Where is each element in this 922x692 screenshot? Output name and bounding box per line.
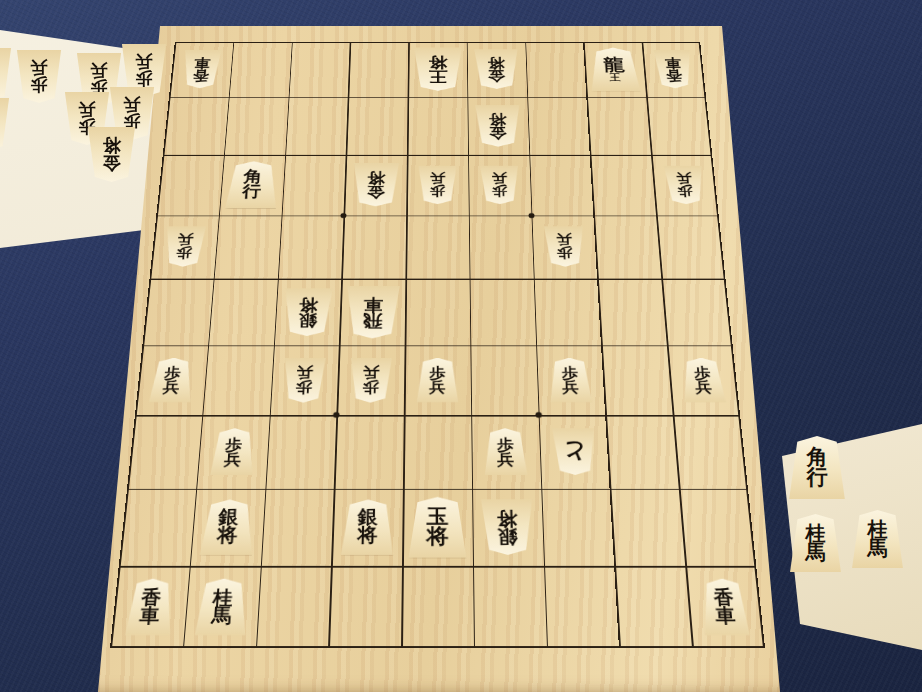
piece-kanji: 歩 bbox=[556, 247, 572, 260]
square-1d[interactable] bbox=[656, 215, 725, 278]
piece-kanji: 兵 bbox=[429, 380, 446, 394]
piece-kanji: 兵 bbox=[91, 63, 108, 79]
square-5g[interactable] bbox=[403, 415, 472, 489]
piece-kanji: 金 bbox=[488, 69, 505, 82]
square-2h[interactable] bbox=[610, 489, 685, 566]
square-7a[interactable] bbox=[288, 42, 350, 97]
square-4d[interactable] bbox=[469, 215, 534, 278]
piece-kanji: 馬 bbox=[806, 543, 826, 562]
square-3i[interactable] bbox=[544, 566, 620, 648]
square-4f[interactable] bbox=[470, 345, 538, 415]
square-7c[interactable] bbox=[281, 155, 346, 215]
piece-kanji: 金 bbox=[366, 185, 384, 199]
square-7b[interactable] bbox=[285, 97, 348, 155]
square-1g[interactable] bbox=[673, 415, 748, 489]
piece-kanji: 兵 bbox=[491, 173, 507, 185]
piece-kanji: 歩 bbox=[136, 71, 153, 87]
square-3a[interactable] bbox=[525, 42, 587, 97]
piece-kanji: 歩 bbox=[176, 247, 193, 260]
square-8d[interactable] bbox=[214, 215, 282, 278]
piece-kanji: 兵 bbox=[136, 54, 153, 70]
square-8e[interactable] bbox=[208, 279, 278, 346]
piece-kanji: 兵 bbox=[430, 173, 445, 185]
piece-kanji: 将 bbox=[299, 296, 318, 311]
square-8b[interactable] bbox=[224, 97, 288, 155]
grid-line bbox=[163, 155, 713, 156]
square-5i[interactable] bbox=[401, 566, 474, 648]
star-point bbox=[535, 412, 542, 418]
star-point bbox=[528, 213, 534, 218]
square-2b[interactable] bbox=[587, 97, 651, 155]
square-2f[interactable] bbox=[601, 345, 672, 415]
square-2g[interactable] bbox=[606, 415, 679, 489]
piece-kanji: 将 bbox=[103, 137, 121, 154]
piece-kanji: 兵 bbox=[162, 380, 180, 394]
piece-kanji: 車 bbox=[193, 57, 210, 69]
piece-kanji: 将 bbox=[216, 527, 238, 545]
piece-kanji: と bbox=[561, 441, 587, 462]
square-6g[interactable] bbox=[334, 415, 404, 489]
square-2d[interactable] bbox=[594, 215, 662, 278]
grid-line bbox=[110, 646, 765, 648]
piece-kanji: 行 bbox=[242, 185, 262, 200]
piece-kanji: 将 bbox=[497, 509, 518, 527]
piece-kanji: 将 bbox=[488, 56, 505, 69]
square-9h[interactable] bbox=[119, 489, 196, 566]
piece-kanji: 龍 bbox=[603, 57, 625, 73]
piece-kanji: 歩 bbox=[31, 77, 48, 93]
square-6b[interactable] bbox=[346, 97, 408, 155]
square-7i[interactable] bbox=[256, 566, 332, 648]
square-5d[interactable] bbox=[406, 215, 470, 278]
square-6d[interactable] bbox=[342, 215, 407, 278]
square-3h[interactable] bbox=[541, 489, 615, 566]
grid-line bbox=[119, 566, 757, 567]
grid-line bbox=[149, 279, 725, 280]
square-3c[interactable] bbox=[529, 155, 594, 215]
grid-line bbox=[127, 489, 748, 490]
piece-kanji: 歩 bbox=[296, 380, 313, 394]
board-grid[interactable]: 香車王将金将龍王香車金将角行金将歩兵歩兵歩兵歩兵歩兵銀将飛車歩兵歩兵歩兵歩兵歩兵… bbox=[110, 42, 765, 648]
square-6i[interactable] bbox=[328, 566, 402, 648]
piece-kanji: 兵 bbox=[363, 366, 380, 380]
square-9g[interactable] bbox=[127, 415, 202, 489]
square-2i[interactable] bbox=[615, 566, 693, 648]
piece-kanji: 歩 bbox=[677, 185, 693, 197]
piece-kanji: 馬 bbox=[211, 607, 232, 625]
square-8a[interactable] bbox=[229, 42, 292, 97]
shogi-photo-scene: 香車王将金将龍王香車金将角行金将歩兵歩兵歩兵歩兵歩兵銀将飛車歩兵歩兵歩兵歩兵歩兵… bbox=[0, 0, 922, 692]
piece-kanji: 車 bbox=[139, 607, 161, 625]
piece-kanji: 将 bbox=[357, 527, 378, 545]
piece-kanji: 車 bbox=[363, 296, 383, 312]
grid-line bbox=[142, 345, 732, 346]
piece-kanji: 車 bbox=[664, 57, 681, 69]
grid-line bbox=[175, 42, 701, 43]
grid-line bbox=[169, 97, 706, 98]
square-2e[interactable] bbox=[597, 279, 667, 346]
piece-kanji: 歩 bbox=[492, 185, 508, 197]
piece-kanji: 歩 bbox=[430, 185, 445, 197]
square-9e[interactable] bbox=[142, 279, 213, 346]
grid-line bbox=[156, 215, 719, 216]
piece-kanji: 金 bbox=[103, 155, 121, 172]
square-5b[interactable] bbox=[407, 97, 468, 155]
piece-kanji: 兵 bbox=[124, 97, 141, 113]
piece-kanji: 歩 bbox=[363, 380, 380, 394]
piece-kanji: 兵 bbox=[224, 452, 242, 467]
square-4e[interactable] bbox=[469, 279, 535, 346]
square-9b[interactable] bbox=[163, 97, 229, 155]
piece-kanji: 将 bbox=[489, 112, 507, 125]
piece-kanji: 将 bbox=[428, 55, 447, 69]
piece-kanji: 香 bbox=[192, 69, 209, 81]
piece-kanji: 兵 bbox=[695, 380, 713, 394]
square-4i[interactable] bbox=[473, 566, 547, 648]
piece-kanji: 兵 bbox=[676, 173, 692, 185]
square-9c[interactable] bbox=[156, 155, 224, 215]
square-7h[interactable] bbox=[260, 489, 334, 566]
piece-kanji: 兵 bbox=[31, 60, 48, 76]
piece-kanji: 兵 bbox=[79, 102, 96, 118]
piece-kanji: 馬 bbox=[868, 539, 888, 558]
piece-kanji: 兵 bbox=[556, 234, 572, 246]
piece-kanji: 兵 bbox=[562, 380, 579, 394]
square-1h[interactable] bbox=[679, 489, 756, 566]
piece-kanji: 王 bbox=[609, 73, 621, 81]
piece-kanji: 兵 bbox=[497, 452, 514, 467]
piece-kanji: 兵 bbox=[296, 366, 313, 380]
square-7g[interactable] bbox=[265, 415, 337, 489]
square-1b[interactable] bbox=[646, 97, 712, 155]
square-8f[interactable] bbox=[202, 345, 273, 415]
piece-kanji: 車 bbox=[715, 607, 737, 625]
square-7d[interactable] bbox=[278, 215, 344, 278]
square-2c[interactable] bbox=[590, 155, 656, 215]
piece-kanji: 兵 bbox=[177, 234, 194, 246]
piece-kanji: 将 bbox=[367, 171, 385, 185]
piece-kanji: 行 bbox=[807, 468, 828, 488]
piece-kanji: 王 bbox=[428, 69, 447, 83]
piece-kanji: 銀 bbox=[497, 527, 518, 545]
grid-line bbox=[135, 415, 740, 416]
square-5e[interactable] bbox=[405, 279, 471, 346]
square-6a[interactable] bbox=[348, 42, 408, 97]
square-3b[interactable] bbox=[527, 97, 590, 155]
square-1e[interactable] bbox=[661, 279, 732, 346]
piece-kanji: 将 bbox=[426, 527, 448, 547]
square-3e[interactable] bbox=[533, 279, 601, 346]
piece-kanji: 香 bbox=[665, 69, 682, 81]
